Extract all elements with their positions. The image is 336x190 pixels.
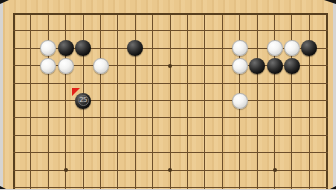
stone-white-Q17[interactable] — [267, 40, 283, 56]
stone-black-P16[interactable] — [249, 58, 265, 74]
stone-white-C16[interactable] — [40, 58, 56, 74]
grid-line-vertical — [65, 13, 66, 190]
grid-line-vertical — [170, 13, 171, 190]
star-point-Q10 — [273, 168, 277, 172]
stone-white-F16[interactable] — [93, 58, 109, 74]
grid-line-vertical — [187, 13, 188, 190]
grid-line-vertical — [274, 13, 275, 190]
grid-line-vertical — [222, 13, 223, 190]
stone-white-O17[interactable] — [232, 40, 248, 56]
grid-line-vertical — [152, 13, 153, 190]
stone-black-H17[interactable] — [127, 40, 143, 56]
move-number-label: 25 — [78, 95, 89, 106]
grid-line-vertical — [291, 13, 292, 190]
stone-white-C17[interactable] — [40, 40, 56, 56]
grid-line-horizontal — [13, 187, 328, 188]
star-point-D10 — [64, 168, 68, 172]
grid-line-vertical — [204, 13, 205, 190]
grid-line-horizontal — [13, 30, 328, 31]
go-app-screenshot: 25 — [0, 0, 336, 189]
grid-line-horizontal — [13, 100, 328, 101]
grid-line-horizontal — [13, 117, 328, 118]
stone-black-R16[interactable] — [284, 58, 300, 74]
stone-black-E14[interactable]: 25 — [75, 93, 91, 109]
star-point-K10 — [168, 168, 172, 172]
stone-white-O14[interactable] — [232, 93, 248, 109]
go-board[interactable]: 25 — [3, 0, 333, 189]
grid-line-horizontal — [13, 152, 328, 153]
grid-line-vertical — [117, 13, 118, 190]
stone-black-E17[interactable] — [75, 40, 91, 56]
star-point-K16 — [168, 64, 172, 68]
stone-black-Q16[interactable] — [267, 58, 283, 74]
grid-line-horizontal — [13, 170, 328, 171]
stone-white-D16[interactable] — [58, 58, 74, 74]
grid-line-vertical — [30, 13, 31, 190]
grid-line-vertical — [326, 13, 328, 190]
grid-line-horizontal — [13, 13, 328, 15]
grid-line-vertical — [309, 13, 310, 190]
grid-line-vertical — [135, 13, 136, 190]
grid-line-vertical — [13, 13, 15, 190]
last-move-marker-icon — [72, 88, 80, 96]
grid-line-horizontal — [13, 135, 328, 136]
stone-white-O16[interactable] — [232, 58, 248, 74]
grid-line-vertical — [100, 13, 101, 190]
grid-line-vertical — [257, 13, 258, 190]
grid-line-horizontal — [13, 83, 328, 84]
stone-white-R17[interactable] — [284, 40, 300, 56]
stone-black-S17[interactable] — [301, 40, 317, 56]
grid-line-vertical — [48, 13, 49, 190]
stone-black-D17[interactable] — [58, 40, 74, 56]
